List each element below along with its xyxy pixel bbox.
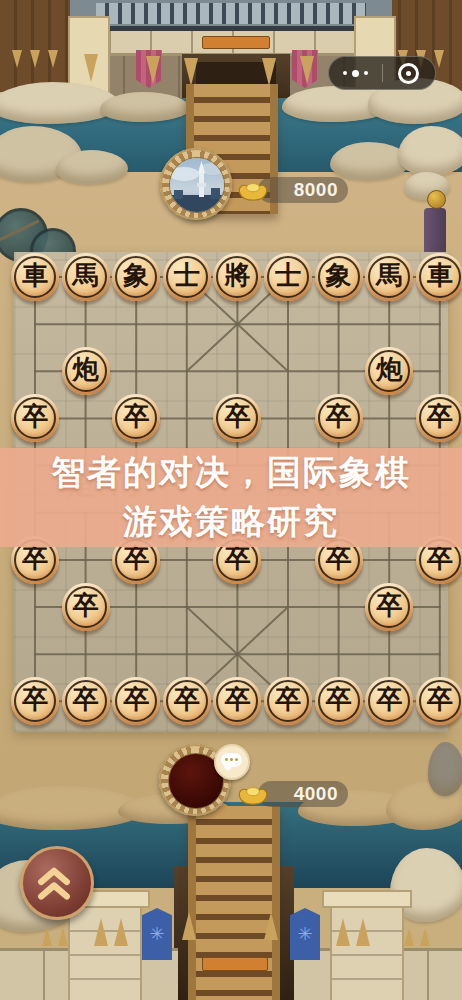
- xiangqi-piece-卒[interactable]: 卒: [11, 677, 59, 725]
- stake-icon: [434, 50, 444, 68]
- gate-sign-plank: [202, 36, 270, 49]
- stake-icon: [264, 912, 278, 940]
- rock: [100, 92, 190, 122]
- piece-glyph: 卒: [22, 546, 48, 572]
- xiangqi-piece-卒[interactable]: 卒: [163, 677, 211, 725]
- piece-glyph: 象: [326, 263, 352, 289]
- stake-icon: [42, 928, 52, 946]
- piece-glyph: 卒: [376, 593, 402, 619]
- xiangqi-piece-士[interactable]: 士: [264, 253, 312, 301]
- piece-glyph: 士: [275, 263, 301, 289]
- stake-icon: [300, 56, 314, 84]
- rock: [398, 126, 462, 176]
- piece-glyph: 卒: [123, 404, 149, 430]
- rock: [428, 742, 462, 796]
- piece-glyph: 卒: [275, 687, 301, 713]
- top-coin-value: 8000: [294, 179, 338, 201]
- bottom-fortress-tower: [330, 898, 404, 1000]
- xiangqi-piece-馬[interactable]: 馬: [365, 253, 413, 301]
- piece-glyph: 卒: [73, 687, 99, 713]
- piece-glyph: 象: [123, 263, 149, 289]
- stake-icon: [356, 918, 370, 946]
- piece-glyph: 卒: [123, 546, 149, 572]
- piece-glyph: 卒: [224, 404, 250, 430]
- piece-glyph: 卒: [73, 593, 99, 619]
- xiangqi-piece-卒[interactable]: 卒: [62, 583, 110, 631]
- gold-spiral-ornament-icon: [427, 190, 446, 209]
- gold-ingot-icon: [236, 178, 270, 202]
- stake-icon: [94, 918, 108, 946]
- rock: [330, 142, 410, 180]
- piece-glyph: 馬: [73, 263, 99, 289]
- piece-glyph: 卒: [376, 687, 402, 713]
- gold-ingot-icon: [236, 782, 270, 806]
- gate-sign-plank: [202, 957, 268, 971]
- top-player-avatar-photo: [169, 157, 225, 213]
- stake-icon: [184, 58, 198, 86]
- bottom-coin-value: 4000: [294, 783, 338, 805]
- target-circle-icon: [398, 63, 419, 84]
- piece-glyph: 卒: [22, 687, 48, 713]
- stake-icon: [404, 928, 414, 946]
- xiangqi-piece-卒[interactable]: 卒: [365, 583, 413, 631]
- piece-glyph: 卒: [22, 404, 48, 430]
- piece-glyph: 卒: [427, 546, 453, 572]
- piece-glyph: 卒: [326, 404, 352, 430]
- xiangqi-piece-卒[interactable]: 卒: [62, 677, 110, 725]
- speech-bubble-icon: [221, 753, 242, 767]
- piece-glyph: 卒: [224, 546, 250, 572]
- xiangqi-piece-卒[interactable]: 卒: [416, 677, 462, 725]
- miniprogram-capsule: [328, 56, 436, 90]
- xiangqi-piece-炮[interactable]: 炮: [62, 347, 110, 395]
- chat-button[interactable]: [214, 744, 250, 780]
- blue-banner-icon: ✳: [290, 908, 320, 960]
- stake-icon: [420, 928, 430, 946]
- xiangqi-piece-卒[interactable]: 卒: [315, 394, 363, 442]
- piece-glyph: 炮: [73, 357, 99, 383]
- stake-icon: [84, 54, 98, 82]
- piece-glyph: 車: [22, 263, 48, 289]
- dot-icon: [343, 71, 347, 75]
- stake-icon: [146, 56, 160, 84]
- piece-glyph: 炮: [376, 357, 402, 383]
- xiangqi-piece-車[interactable]: 車: [11, 253, 59, 301]
- xiangqi-piece-卒[interactable]: 卒: [264, 677, 312, 725]
- stake-icon: [58, 928, 68, 946]
- xiangqi-piece-象[interactable]: 象: [315, 253, 363, 301]
- piece-glyph: 卒: [326, 546, 352, 572]
- stake-icon: [336, 918, 350, 946]
- blue-banner-icon: ✳: [142, 908, 172, 960]
- dot-icon: [352, 70, 359, 77]
- stake-icon: [48, 50, 58, 68]
- piece-glyph: 卒: [427, 687, 453, 713]
- stake-icon: [182, 912, 196, 940]
- expand-panel-button[interactable]: [20, 846, 94, 920]
- roof-tile-pattern: [96, 3, 366, 24]
- more-menu-button[interactable]: [329, 57, 382, 89]
- rock: [56, 150, 128, 184]
- dot-icon: [364, 71, 368, 75]
- piece-glyph: 卒: [326, 687, 352, 713]
- article-title-overlay: 智者的对决，国际象棋 游戏策略研究: [0, 448, 462, 547]
- xiangqi-piece-車[interactable]: 車: [416, 253, 462, 301]
- piece-glyph: 馬: [376, 263, 402, 289]
- top-player-coin-counter[interactable]: 8000: [258, 177, 348, 203]
- piece-glyph: 卒: [174, 687, 200, 713]
- stake-icon: [12, 50, 22, 68]
- piece-glyph: 車: [427, 263, 453, 289]
- piece-glyph: 卒: [427, 404, 453, 430]
- xiangqi-piece-卒[interactable]: 卒: [416, 394, 462, 442]
- xiangqi-piece-士[interactable]: 士: [163, 253, 211, 301]
- xiangqi-piece-象[interactable]: 象: [112, 253, 160, 301]
- xiangqi-piece-馬[interactable]: 馬: [62, 253, 110, 301]
- double-chevron-up-icon: [23, 849, 85, 911]
- piece-glyph: 卒: [224, 687, 250, 713]
- piece-glyph: 將: [224, 263, 250, 289]
- piece-glyph: 卒: [123, 687, 149, 713]
- typing-dots-icon: [225, 758, 228, 761]
- bottom-player-coin-counter[interactable]: 4000: [258, 781, 348, 807]
- xiangqi-piece-卒[interactable]: 卒: [315, 677, 363, 725]
- stake-icon: [262, 58, 276, 86]
- game-screen: 楚河 汉界 車馬象士將士象馬車炮炮卒卒卒卒卒卒卒卒卒卒卒卒卒卒卒卒卒卒卒卒卒 智…: [0, 0, 462, 1000]
- bottom-fortress-tower: [68, 898, 142, 1000]
- title-line-1: 智者的对决，国际象棋: [51, 450, 411, 496]
- stake-icon: [114, 918, 128, 946]
- tower-cap: [322, 890, 412, 908]
- piece-glyph: 士: [174, 263, 200, 289]
- top-wall-left: [0, 0, 78, 92]
- title-line-2: 游戏策略研究: [123, 499, 339, 545]
- close-home-button[interactable]: [383, 57, 436, 89]
- stake-icon: [30, 50, 40, 68]
